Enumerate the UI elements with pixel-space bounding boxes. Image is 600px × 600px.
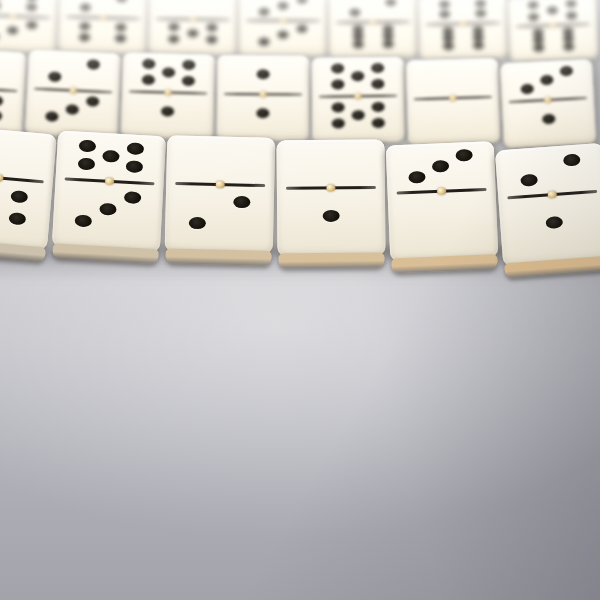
pip: [331, 64, 344, 74]
pip: [256, 108, 269, 118]
pip: [99, 203, 117, 216]
pip: [258, 37, 269, 45]
domino-tile-front-row-5[interactable]: [386, 141, 499, 261]
domino-tile-back-row-2[interactable]: [58, 0, 148, 54]
top-half-face-2: [504, 149, 597, 190]
pip: [8, 212, 26, 225]
pip: [0, 96, 3, 107]
pip: [162, 67, 175, 77]
pip: [443, 42, 454, 50]
top-half-face-3: [507, 63, 586, 97]
pip: [0, 2, 1, 10]
bottom-half-face-2: [174, 188, 266, 238]
spinner-pin: [437, 187, 446, 194]
domino-tile-back-row-3[interactable]: [149, 0, 238, 55]
pip: [563, 42, 574, 50]
pip: [439, 0, 450, 8]
bottom-half-face-6: [336, 24, 410, 48]
domino-tile-back-row-5[interactable]: [329, 0, 418, 58]
bottom-half-face-3: [61, 183, 154, 236]
spinner-pin: [260, 91, 267, 97]
bottom-half-face-3: [246, 23, 320, 47]
middle-row: [0, 56, 594, 141]
pip: [439, 10, 450, 18]
top-half-face-5: [319, 61, 397, 92]
pip: [26, 20, 37, 28]
domino-tile-middle-row-5[interactable]: [311, 57, 404, 143]
pip: [187, 29, 198, 37]
pip: [142, 59, 155, 69]
spinner-pin: [544, 97, 551, 103]
domino-tile-front-row-2[interactable]: [52, 130, 166, 252]
top-half-face-0: [0, 132, 48, 175]
bottom-half-face-4: [0, 178, 44, 233]
bottom-half-face-1: [509, 102, 588, 136]
top-half-face-0: [156, 0, 230, 16]
domino-tile-middle-row-1-cropped[interactable]: [0, 47, 27, 138]
pip: [189, 217, 206, 229]
pip: [566, 0, 577, 8]
bottom-half-face-5: [156, 21, 230, 46]
top-half-face-5: [65, 137, 158, 177]
pip: [168, 35, 179, 43]
tile-side-face: [165, 248, 271, 265]
pip: [350, 9, 361, 17]
pip: [206, 36, 217, 44]
pip: [26, 0, 37, 1]
pip: [533, 43, 544, 51]
pip: [115, 23, 126, 31]
domino-tile-front-row-1-cropped[interactable]: [0, 125, 57, 250]
pip: [123, 191, 141, 204]
front-row: [0, 139, 600, 255]
pip: [371, 79, 384, 89]
pip: [331, 102, 344, 112]
pip: [297, 24, 308, 32]
pip: [323, 210, 340, 222]
pip: [102, 150, 120, 163]
pip: [297, 0, 308, 4]
pip: [0, 110, 2, 121]
domino-tile-middle-row-3[interactable]: [121, 52, 215, 139]
top-half-face-3: [395, 147, 487, 186]
bottom-half-face-0: [396, 194, 489, 245]
bottom-half-face-1: [224, 98, 301, 129]
pip: [257, 69, 270, 79]
top-half-face-2: [66, 0, 140, 15]
top-half-face-1: [0, 51, 19, 86]
bottom-half-face-0: [414, 100, 492, 133]
pip: [331, 79, 344, 89]
domino-tile-back-row-4[interactable]: [239, 0, 327, 56]
domino-tile-middle-row-4[interactable]: [217, 55, 310, 141]
pip: [475, 0, 486, 7]
pip: [351, 71, 364, 81]
top-half-face-5: [515, 0, 590, 23]
spinner-pin: [165, 89, 172, 95]
pip: [115, 34, 126, 42]
divider-line: [0, 85, 17, 92]
bottom-half-face-1: [129, 95, 207, 128]
bottom-half-face-3: [33, 92, 112, 126]
pip: [545, 216, 563, 229]
top-half-face-2: [35, 54, 114, 87]
pip: [207, 23, 218, 31]
pip: [540, 75, 553, 86]
domino-tile-front-row-6-cropped[interactable]: [495, 143, 600, 267]
pip: [520, 173, 538, 186]
pip: [455, 149, 472, 162]
spinner-pin: [0, 174, 4, 182]
pip: [432, 160, 449, 173]
pip: [385, 0, 396, 6]
spinner-pin: [326, 184, 335, 191]
spinner-pin: [547, 190, 556, 198]
tile-side-face: [0, 238, 46, 262]
pip: [182, 76, 195, 86]
pip: [86, 96, 99, 107]
top-half-face-0: [175, 141, 267, 178]
domino-tile-front-row-4[interactable]: [276, 139, 385, 256]
top-half-face-3: [246, 0, 320, 17]
domino-tile-back-row-7[interactable]: [508, 0, 598, 62]
top-half-face-2: [336, 0, 410, 19]
pip: [10, 190, 28, 203]
pip: [182, 60, 195, 70]
domino-tile-middle-row-2[interactable]: [25, 49, 121, 138]
top-half-face-0: [413, 62, 491, 94]
pip: [125, 160, 143, 173]
spinner-pin: [70, 87, 77, 93]
bottom-half-face-1: [507, 195, 600, 249]
pip: [527, 1, 538, 9]
pip: [233, 195, 250, 207]
bottom-half-face-4: [0, 90, 17, 126]
bottom-half-face-5: [319, 99, 397, 131]
spinner-pin: [105, 177, 114, 184]
pip: [566, 11, 577, 19]
pip: [26, 3, 37, 11]
bottom-half-face-1: [286, 192, 377, 240]
domino-tile-middle-row-6[interactable]: [406, 58, 501, 146]
pip: [86, 59, 99, 70]
pip: [161, 106, 174, 116]
pip: [372, 102, 385, 112]
tile-side-face: [279, 252, 385, 268]
bottom-half-face-6: [426, 25, 500, 50]
pip: [372, 118, 385, 128]
domino-tile-front-row-3[interactable]: [165, 135, 276, 253]
pip: [80, 3, 91, 11]
dominoes-photo-scene: [0, 0, 600, 600]
pip: [48, 72, 61, 83]
pip: [371, 63, 384, 73]
top-half-face-1: [224, 59, 301, 89]
pip: [45, 112, 58, 123]
pip: [258, 8, 269, 16]
pip: [278, 2, 289, 10]
pip: [126, 142, 144, 155]
pip: [409, 171, 426, 184]
pip: [79, 33, 90, 41]
pip: [277, 31, 288, 39]
pip: [547, 6, 558, 14]
pip: [475, 9, 486, 17]
top-half-face-4: [425, 0, 499, 21]
pip: [168, 23, 179, 31]
bottom-half-face-6: [516, 26, 591, 52]
pip: [116, 0, 127, 2]
pip: [66, 104, 79, 115]
pip: [473, 41, 484, 49]
top-half-face-5: [130, 57, 208, 89]
pip: [79, 22, 90, 30]
pip: [560, 65, 573, 76]
spinner-pin: [449, 95, 456, 101]
domino-tile-back-row-6[interactable]: [418, 0, 507, 60]
pip: [142, 75, 155, 85]
pip: [382, 40, 393, 48]
pip: [75, 215, 93, 228]
pip: [332, 118, 345, 128]
pip: [528, 12, 539, 20]
back-row: [0, 0, 597, 56]
top-half-face-4: [0, 0, 51, 14]
top-half-face-0: [285, 145, 376, 181]
bottom-half-face-4: [65, 19, 140, 45]
pip: [352, 110, 365, 120]
pip: [7, 26, 18, 34]
domino-tile-middle-row-7[interactable]: [500, 59, 596, 149]
domino-tile-back-row-1-cropped[interactable]: [0, 0, 58, 53]
spinner-pin: [354, 93, 361, 99]
pip: [79, 140, 97, 153]
spinner-pin: [216, 181, 225, 188]
pip: [78, 158, 96, 171]
pip: [520, 84, 533, 95]
pip: [563, 153, 581, 166]
pip: [542, 113, 555, 124]
pip: [353, 40, 364, 48]
bottom-half-face-3: [0, 17, 50, 44]
